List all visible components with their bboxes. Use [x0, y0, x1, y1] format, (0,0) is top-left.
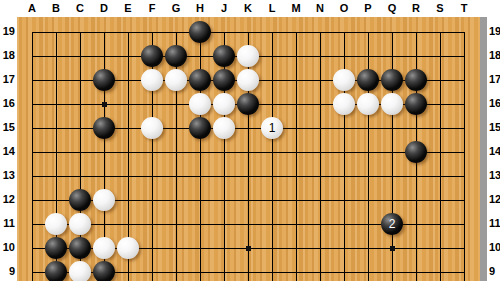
stone-layer: 12 — [0, 0, 500, 281]
stone-white-C9[interactable] — [69, 261, 91, 281]
stone-black-J18[interactable] — [213, 45, 235, 67]
stone-black-B10[interactable] — [45, 237, 67, 259]
stone-black-R17[interactable] — [405, 69, 427, 91]
stone-white-H16[interactable] — [189, 93, 211, 115]
stone-white-E10[interactable] — [117, 237, 139, 259]
stone-black-R14[interactable] — [405, 141, 427, 163]
stone-white-F17[interactable] — [141, 69, 163, 91]
stone-white-C11[interactable] — [69, 213, 91, 235]
stone-white-J16[interactable] — [213, 93, 235, 115]
stone-black-D17[interactable] — [93, 69, 115, 91]
stone-black-D15[interactable] — [93, 117, 115, 139]
stone-black-F18[interactable] — [141, 45, 163, 67]
stone-black-Q11[interactable]: 2 — [381, 213, 403, 235]
stone-white-K17[interactable] — [237, 69, 259, 91]
board-shadow-strip — [480, 17, 487, 281]
stone-black-H19[interactable] — [189, 21, 211, 43]
stone-white-O17[interactable] — [333, 69, 355, 91]
stone-white-P16[interactable] — [357, 93, 379, 115]
stone-black-R16[interactable] — [405, 93, 427, 115]
stone-white-L15[interactable]: 1 — [261, 117, 283, 139]
stone-white-Q16[interactable] — [381, 93, 403, 115]
stone-white-K18[interactable] — [237, 45, 259, 67]
stone-black-H15[interactable] — [189, 117, 211, 139]
stone-white-D10[interactable] — [93, 237, 115, 259]
move-number-label-1: 1 — [269, 117, 276, 139]
stone-black-C10[interactable] — [69, 237, 91, 259]
go-board-screenshot: ABCDEFGHJKLMNOPQRST191918181717161615151… — [0, 0, 500, 281]
stone-black-B9[interactable] — [45, 261, 67, 281]
stone-white-F15[interactable] — [141, 117, 163, 139]
stone-black-C12[interactable] — [69, 189, 91, 211]
move-number-label-2: 2 — [389, 213, 396, 235]
stone-black-J17[interactable] — [213, 69, 235, 91]
stone-white-G17[interactable] — [165, 69, 187, 91]
stone-black-H17[interactable] — [189, 69, 211, 91]
stone-white-B11[interactable] — [45, 213, 67, 235]
stone-black-P17[interactable] — [357, 69, 379, 91]
stone-white-J15[interactable] — [213, 117, 235, 139]
stone-white-O16[interactable] — [333, 93, 355, 115]
stone-black-D9[interactable] — [93, 261, 115, 281]
stone-black-G18[interactable] — [165, 45, 187, 67]
stone-black-Q17[interactable] — [381, 69, 403, 91]
stone-black-K16[interactable] — [237, 93, 259, 115]
stone-white-D12[interactable] — [93, 189, 115, 211]
